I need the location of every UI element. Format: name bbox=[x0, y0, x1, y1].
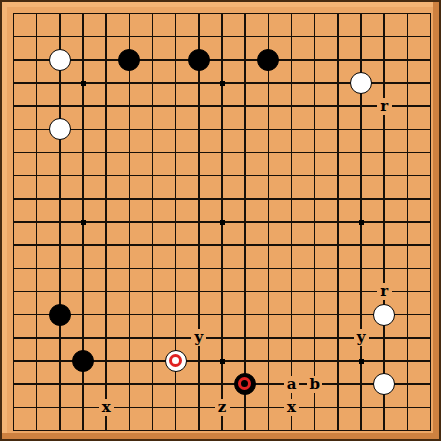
grid-line bbox=[13, 383, 432, 385]
go-board: rryyabxzx bbox=[0, 0, 441, 441]
stone-black-M17[interactable] bbox=[257, 49, 279, 71]
stone-white-Q16[interactable] bbox=[350, 72, 372, 94]
label-r-R15[interactable]: r bbox=[377, 98, 392, 115]
grid-line bbox=[383, 13, 385, 432]
board-bevel-shadow bbox=[433, 2, 439, 439]
hoshi-point bbox=[359, 359, 364, 364]
label-y-J5[interactable]: y bbox=[191, 329, 206, 346]
label-z-K2[interactable]: z bbox=[215, 399, 230, 416]
board-bevel-shadow bbox=[2, 433, 439, 439]
stone-black-F17[interactable] bbox=[118, 49, 140, 71]
grid-line bbox=[430, 13, 432, 432]
grid-line bbox=[314, 13, 316, 432]
grid-line bbox=[13, 314, 432, 316]
hoshi-point bbox=[220, 220, 225, 225]
grid-line bbox=[13, 430, 432, 432]
circle-mark-icon bbox=[238, 377, 251, 390]
label-y-Q5[interactable]: y bbox=[354, 329, 369, 346]
hoshi-point bbox=[81, 81, 86, 86]
hoshi-point bbox=[220, 81, 225, 86]
grid-line bbox=[291, 13, 293, 432]
stone-white-C17[interactable] bbox=[49, 49, 71, 71]
stone-black-D4[interactable] bbox=[72, 350, 94, 372]
grid-line bbox=[13, 291, 432, 293]
hoshi-point bbox=[81, 220, 86, 225]
stone-white-R3[interactable] bbox=[373, 373, 395, 395]
stone-black-C6[interactable] bbox=[49, 304, 71, 326]
label-a-N3[interactable]: a bbox=[284, 376, 299, 393]
label-b-O3[interactable]: b bbox=[307, 376, 322, 393]
hoshi-point bbox=[359, 220, 364, 225]
stone-white-C14[interactable] bbox=[49, 118, 71, 140]
board-bevel-light bbox=[2, 2, 439, 7]
stone-black-L3[interactable] bbox=[234, 373, 256, 395]
grid-line bbox=[337, 13, 339, 432]
label-x-E2[interactable]: x bbox=[99, 399, 114, 416]
label-x-N2[interactable]: x bbox=[284, 399, 299, 416]
grid-line bbox=[407, 13, 409, 432]
grid-line bbox=[268, 13, 270, 432]
stone-white-H4[interactable] bbox=[165, 350, 187, 372]
board-bevel-light bbox=[2, 2, 7, 439]
label-r-R7[interactable]: r bbox=[377, 283, 392, 300]
grid-line bbox=[13, 268, 432, 270]
grid-line bbox=[244, 13, 246, 432]
stone-white-R6[interactable] bbox=[373, 304, 395, 326]
circle-mark-icon bbox=[169, 354, 182, 367]
hoshi-point bbox=[220, 359, 225, 364]
go-board-surface: rryyabxzx bbox=[0, 0, 441, 441]
stone-black-J17[interactable] bbox=[188, 49, 210, 71]
grid-line bbox=[13, 244, 432, 246]
